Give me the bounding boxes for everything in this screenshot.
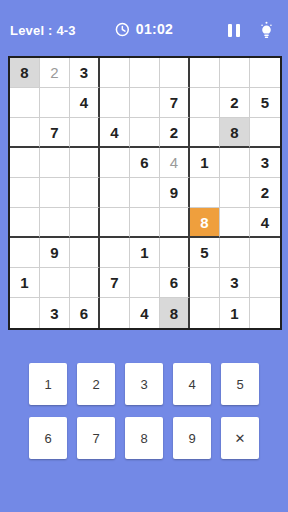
cell-r7c7[interactable]: 5: [190, 238, 220, 268]
cell-r2c2[interactable]: [40, 88, 70, 118]
pause-button[interactable]: [227, 23, 241, 38]
cell-r9c8[interactable]: 1: [220, 298, 250, 328]
cell-r4c4[interactable]: [100, 148, 130, 178]
level-label: Level : 4-3: [10, 23, 76, 38]
cell-r9c2[interactable]: 3: [40, 298, 70, 328]
cell-r5c1[interactable]: [10, 178, 40, 208]
cell-r8c8[interactable]: 3: [220, 268, 250, 298]
cell-r1c9[interactable]: [250, 58, 280, 88]
cell-r9c9[interactable]: [250, 298, 280, 328]
cell-r9c5[interactable]: 4: [130, 298, 160, 328]
cell-r2c7[interactable]: [190, 88, 220, 118]
hint-button[interactable]: [258, 21, 275, 39]
cell-r9c4[interactable]: [100, 298, 130, 328]
cell-r1c7[interactable]: [190, 58, 220, 88]
cell-r9c3[interactable]: 6: [70, 298, 100, 328]
keypad-button-9[interactable]: 9: [173, 417, 211, 459]
cell-r6c4[interactable]: [100, 208, 130, 238]
timer: 01:02: [115, 21, 173, 37]
pause-icon: [236, 24, 240, 37]
clock-icon: [115, 22, 130, 37]
cell-r2c8[interactable]: 2: [220, 88, 250, 118]
cell-r9c1[interactable]: [10, 298, 40, 328]
cell-r7c6[interactable]: [160, 238, 190, 268]
cell-r6c1[interactable]: [10, 208, 40, 238]
cell-r4c5[interactable]: 6: [130, 148, 160, 178]
cell-r3c3[interactable]: [70, 118, 100, 148]
cell-r5c7[interactable]: [190, 178, 220, 208]
cell-r3c2[interactable]: 7: [40, 118, 70, 148]
cell-r7c9[interactable]: [250, 238, 280, 268]
cell-r5c3[interactable]: [70, 178, 100, 208]
cell-r7c5[interactable]: 1: [130, 238, 160, 268]
cell-r7c2[interactable]: 9: [40, 238, 70, 268]
cell-r3c4[interactable]: 4: [100, 118, 130, 148]
timer-value: 01:02: [136, 21, 173, 37]
cell-r5c8[interactable]: [220, 178, 250, 208]
cell-r6c2[interactable]: [40, 208, 70, 238]
cell-r4c9[interactable]: 3: [250, 148, 280, 178]
cell-r2c9[interactable]: 5: [250, 88, 280, 118]
keypad-button-7[interactable]: 7: [77, 417, 115, 459]
keypad-button-4[interactable]: 4: [173, 363, 211, 405]
keypad-button-1[interactable]: 1: [29, 363, 67, 405]
cell-r4c6[interactable]: 4: [160, 148, 190, 178]
number-pad: 1 2 3 4 5 6 7 8 9 ✕: [0, 363, 288, 459]
header: Level : 4-3 01:02: [0, 0, 288, 56]
cell-r1c1[interactable]: 8: [10, 58, 40, 88]
cell-r2c5[interactable]: [130, 88, 160, 118]
keypad-button-3[interactable]: 3: [125, 363, 163, 405]
cell-r8c6[interactable]: 6: [160, 268, 190, 298]
cell-r6c8[interactable]: [220, 208, 250, 238]
cell-r2c4[interactable]: [100, 88, 130, 118]
cell-r6c6[interactable]: [160, 208, 190, 238]
cell-r3c7[interactable]: [190, 118, 220, 148]
cell-r6c7[interactable]: 8: [190, 208, 220, 238]
keypad-button-5[interactable]: 5: [221, 363, 259, 405]
cell-r3c8[interactable]: 8: [220, 118, 250, 148]
pause-icon: [228, 24, 232, 37]
cell-r5c6[interactable]: 9: [160, 178, 190, 208]
cell-r4c8[interactable]: [220, 148, 250, 178]
cell-r6c9[interactable]: 4: [250, 208, 280, 238]
cell-r1c6[interactable]: [160, 58, 190, 88]
keypad-button-6[interactable]: 6: [29, 417, 67, 459]
cell-r7c8[interactable]: [220, 238, 250, 268]
keypad-button-delete[interactable]: ✕: [221, 417, 259, 459]
cell-r4c7[interactable]: 1: [190, 148, 220, 178]
cell-r5c5[interactable]: [130, 178, 160, 208]
cell-r1c5[interactable]: [130, 58, 160, 88]
cell-r7c3[interactable]: [70, 238, 100, 268]
cell-r1c4[interactable]: [100, 58, 130, 88]
cell-r1c3[interactable]: 3: [70, 58, 100, 88]
cell-r8c7[interactable]: [190, 268, 220, 298]
cell-r2c6[interactable]: 7: [160, 88, 190, 118]
cell-r5c2[interactable]: [40, 178, 70, 208]
cell-r8c5[interactable]: [130, 268, 160, 298]
sudoku-grid: 8234725742864139284915176336481: [8, 56, 282, 330]
cell-r3c1[interactable]: [10, 118, 40, 148]
cell-r2c3[interactable]: 4: [70, 88, 100, 118]
cell-r6c3[interactable]: [70, 208, 100, 238]
cell-r6c5[interactable]: [130, 208, 160, 238]
cell-r1c8[interactable]: [220, 58, 250, 88]
cell-r8c3[interactable]: [70, 268, 100, 298]
cell-r9c6[interactable]: 8: [160, 298, 190, 328]
cell-r3c9[interactable]: [250, 118, 280, 148]
cell-r2c1[interactable]: [10, 88, 40, 118]
keypad-button-2[interactable]: 2: [77, 363, 115, 405]
cell-r4c3[interactable]: [70, 148, 100, 178]
lightbulb-icon: [258, 25, 275, 42]
cell-r9c7[interactable]: [190, 298, 220, 328]
cell-r4c2[interactable]: [40, 148, 70, 178]
cell-r8c9[interactable]: [250, 268, 280, 298]
keypad-button-8[interactable]: 8: [125, 417, 163, 459]
cell-r4c1[interactable]: [10, 148, 40, 178]
cell-r8c4[interactable]: 7: [100, 268, 130, 298]
cell-r3c6[interactable]: 2: [160, 118, 190, 148]
cell-r5c4[interactable]: [100, 178, 130, 208]
cell-r5c9[interactable]: 2: [250, 178, 280, 208]
cell-r3c5[interactable]: [130, 118, 160, 148]
cell-r7c4[interactable]: [100, 238, 130, 268]
cell-r7c1[interactable]: [10, 238, 40, 268]
cell-r1c2[interactable]: 2: [40, 58, 70, 88]
cell-r8c1[interactable]: 1: [10, 268, 40, 298]
cell-r8c2[interactable]: [40, 268, 70, 298]
